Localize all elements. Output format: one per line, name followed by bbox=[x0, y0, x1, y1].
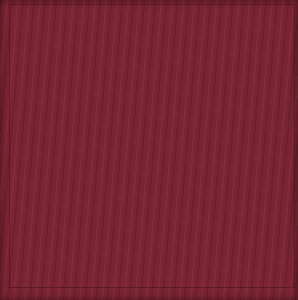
rank-label-7 bbox=[0, 40, 10, 75]
file-labels bbox=[10, 287, 294, 300]
rank-labels bbox=[0, 5, 10, 287]
rank-label-3 bbox=[0, 181, 10, 216]
rank-label-8 bbox=[0, 5, 10, 40]
rank-label-5 bbox=[0, 111, 10, 146]
file-label-a bbox=[10, 287, 46, 300]
rank-label-6 bbox=[0, 76, 10, 111]
file-label-h bbox=[259, 287, 295, 300]
file-label-d bbox=[117, 287, 153, 300]
file-label-c bbox=[81, 287, 117, 300]
chess-board-diagram bbox=[0, 0, 298, 300]
rank-label-2 bbox=[0, 217, 10, 252]
rank-label-1 bbox=[0, 252, 10, 287]
file-label-g bbox=[223, 287, 259, 300]
chess-board bbox=[10, 5, 294, 287]
file-label-f bbox=[188, 287, 224, 300]
file-label-e bbox=[152, 287, 188, 300]
file-label-b bbox=[46, 287, 82, 300]
rank-label-4 bbox=[0, 146, 10, 181]
